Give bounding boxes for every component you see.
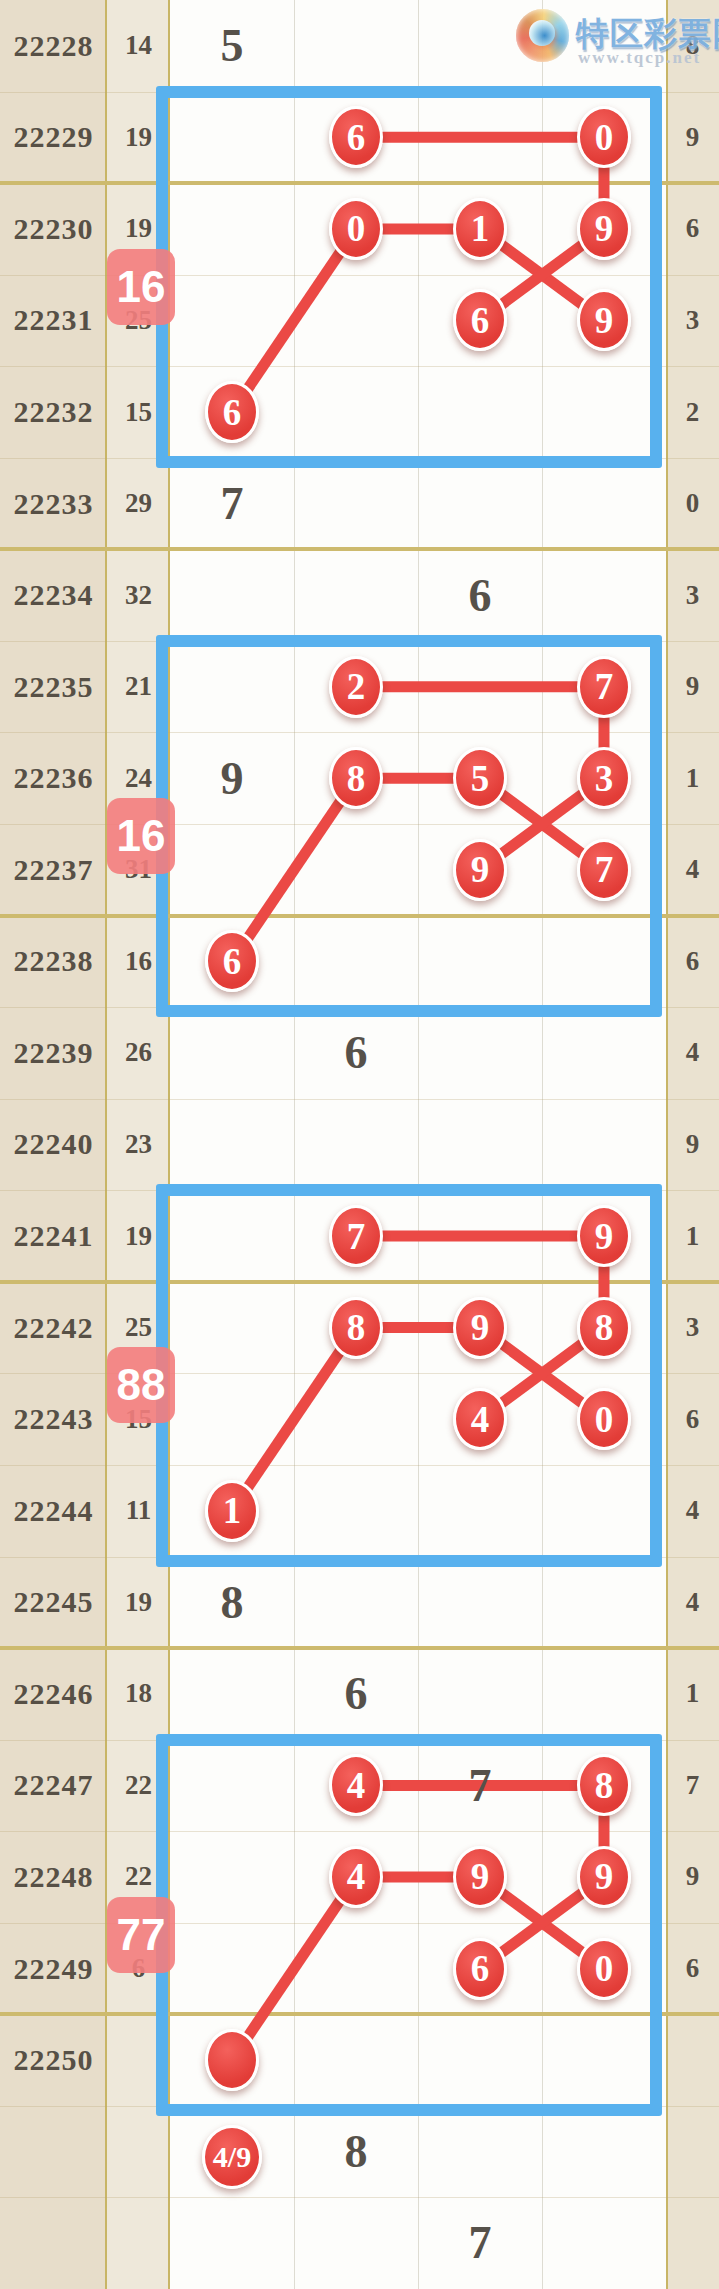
sum-badge: 16 [107,798,175,874]
circled-digit: 9 [453,839,507,901]
circled-digit: 9 [577,198,631,260]
digit-value: 7 [418,2197,542,2289]
sum-badge: 77 [107,1897,175,1973]
circled-digit: 6 [329,106,383,168]
circled-digit: 1 [205,1480,259,1542]
circled-digit: 9 [577,1205,631,1267]
circled-digit: 9 [577,1846,631,1908]
sum-badge: 16 [107,249,175,325]
circled-digit: 7 [577,656,631,718]
swirl-logo-icon [516,9,569,62]
digit-value: 8 [170,1556,294,1648]
trend-line-segment [232,1328,356,1511]
digit-value: 6 [418,549,542,641]
pending-draw-marker [205,2029,259,2091]
circled-digit: 6 [205,930,259,992]
sum-badge: 88 [107,1347,175,1423]
digit-value: 9 [170,732,294,824]
circled-digit: 7 [577,839,631,901]
circled-digit: 4 [329,1846,383,1908]
circled-digit: 3 [577,747,631,809]
site-url: www.tqcp.net [578,48,701,68]
circled-digit: 5 [453,747,507,809]
digit-value: 5 [170,0,294,92]
circled-digit: 6 [453,289,507,351]
digit-value: 7 [170,458,294,550]
circled-digit: 8 [329,747,383,809]
circled-digit: 4 [329,1754,383,1816]
circled-digit: 6 [453,1938,507,2000]
digit-value: 6 [294,1648,418,1740]
digit-value: 6 [294,1007,418,1099]
circled-digit: 9 [577,289,631,351]
trend-line-segment [232,229,356,412]
circled-digit: 0 [329,198,383,260]
circled-digit: 7 [329,1205,383,1267]
circled-digit: 0 [577,1388,631,1450]
circled-digit: 8 [577,1297,631,1359]
circled-digit: 2 [329,656,383,718]
circled-digit: 9 [453,1846,507,1908]
site-logo[interactable]: 特区彩票网 www.tqcp.net [512,4,717,66]
circled-digit: 8 [329,1297,383,1359]
circled-digit: 0 [577,1938,631,2000]
circled-digit: 4 [453,1388,507,1450]
circled-digit: 8 [577,1754,631,1816]
circled-digit: 0 [577,106,631,168]
digit-value: 7 [418,1739,542,1831]
circled-digit: 6 [205,381,259,443]
digit-value: 8 [294,2106,418,2198]
circled-digit: 1 [453,198,507,260]
lottery-trend-chart: 2222814544182222919769222301996222312546… [0,0,719,2289]
prediction-circle: 4/9 [202,2125,262,2189]
circled-digit: 9 [453,1297,507,1359]
